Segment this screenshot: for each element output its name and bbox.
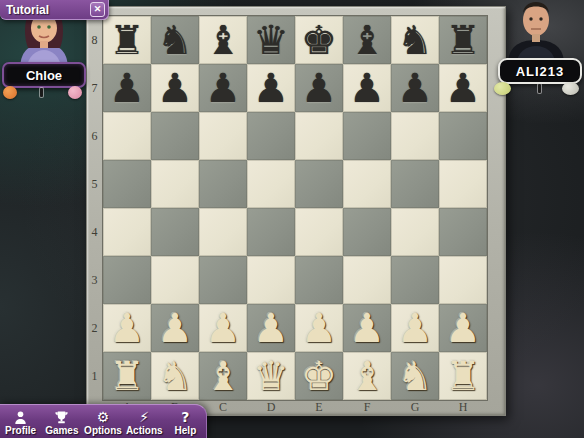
- square-c3[interactable]: [199, 256, 247, 304]
- square-h6[interactable]: [439, 112, 487, 160]
- square-g2[interactable]: ♟: [391, 304, 439, 352]
- question-icon: ?: [181, 410, 189, 425]
- file-label-h: H: [439, 400, 487, 416]
- square-b4[interactable]: [151, 208, 199, 256]
- square-a4[interactable]: [103, 208, 151, 256]
- piece-black-knight[interactable]: ♞: [157, 16, 193, 64]
- lightning-icon: ⚡: [139, 410, 149, 425]
- square-c4[interactable]: [199, 208, 247, 256]
- piece-white-queen[interactable]: ♛: [253, 352, 289, 400]
- piece-black-pawn[interactable]: ♟: [349, 64, 385, 112]
- window-title-tab[interactable]: Tutorial ✕: [0, 0, 109, 20]
- square-d2[interactable]: ♟: [247, 304, 295, 352]
- piece-white-pawn[interactable]: ♟: [445, 304, 481, 352]
- square-f3[interactable]: [343, 256, 391, 304]
- piece-black-rook[interactable]: ♜: [109, 16, 145, 64]
- piece-black-rook[interactable]: ♜: [445, 16, 481, 64]
- square-a2[interactable]: ♟: [103, 304, 151, 352]
- mood-slider-left[interactable]: [40, 88, 43, 97]
- piece-white-bishop[interactable]: ♝: [349, 352, 385, 400]
- gear-icon: ⚙: [97, 410, 110, 425]
- piece-black-bishop[interactable]: ♝: [205, 16, 241, 64]
- bottom-toolbar: ProfileGames⚙Options⚡Actions?Help: [0, 404, 207, 438]
- piece-white-rook[interactable]: ♜: [109, 352, 145, 400]
- square-b6[interactable]: [151, 112, 199, 160]
- piece-white-king[interactable]: ♚: [301, 352, 337, 400]
- player-right-panel: ALI213: [488, 0, 584, 104]
- file-label-d: D: [247, 400, 295, 416]
- square-h3[interactable]: [439, 256, 487, 304]
- square-g6[interactable]: [391, 112, 439, 160]
- piece-black-pawn[interactable]: ♟: [397, 64, 433, 112]
- toolbar-label-actions: Actions: [126, 425, 163, 436]
- square-e5[interactable]: [295, 160, 343, 208]
- square-a1[interactable]: ♜: [103, 352, 151, 400]
- piece-white-knight[interactable]: ♞: [397, 352, 433, 400]
- square-h5[interactable]: [439, 160, 487, 208]
- square-b7[interactable]: ♟: [151, 64, 199, 112]
- square-e8[interactable]: ♚: [295, 16, 343, 64]
- toolbar-item-actions[interactable]: ⚡Actions: [124, 405, 165, 438]
- square-e2[interactable]: ♟: [295, 304, 343, 352]
- square-g8[interactable]: ♞: [391, 16, 439, 64]
- piece-black-pawn[interactable]: ♟: [301, 64, 337, 112]
- square-c1[interactable]: ♝: [199, 352, 247, 400]
- piece-black-pawn[interactable]: ♟: [205, 64, 241, 112]
- file-label-f: F: [343, 400, 391, 416]
- square-g5[interactable]: [391, 160, 439, 208]
- square-g1[interactable]: ♞: [391, 352, 439, 400]
- square-a7[interactable]: ♟: [103, 64, 151, 112]
- square-h2[interactable]: ♟: [439, 304, 487, 352]
- square-c5[interactable]: [199, 160, 247, 208]
- square-c6[interactable]: [199, 112, 247, 160]
- person-icon: [13, 410, 28, 425]
- square-a5[interactable]: [103, 160, 151, 208]
- pink-face-icon[interactable]: [68, 86, 82, 99]
- square-d1[interactable]: ♛: [247, 352, 295, 400]
- silver-badge-icon[interactable]: [562, 82, 579, 95]
- square-h4[interactable]: [439, 208, 487, 256]
- piece-white-pawn[interactable]: ♟: [253, 304, 289, 352]
- square-a3[interactable]: [103, 256, 151, 304]
- square-d4[interactable]: [247, 208, 295, 256]
- trophy-icon: [54, 410, 69, 425]
- rank-label-6: 6: [86, 112, 103, 160]
- toolbar-item-games[interactable]: Games: [41, 405, 82, 438]
- square-f5[interactable]: [343, 160, 391, 208]
- player-left-panel: Chloe: [0, 6, 92, 106]
- nameplate-left: Chloe: [2, 62, 86, 88]
- rank-label-3: 3: [86, 256, 103, 304]
- piece-white-bishop[interactable]: ♝: [205, 352, 241, 400]
- square-e1[interactable]: ♚: [295, 352, 343, 400]
- square-f6[interactable]: [343, 112, 391, 160]
- piece-black-pawn[interactable]: ♟: [157, 64, 193, 112]
- square-d6[interactable]: [247, 112, 295, 160]
- piece-white-rook[interactable]: ♜: [445, 352, 481, 400]
- piece-black-bishop[interactable]: ♝: [349, 16, 385, 64]
- app-window: 87654321 ♜♞♝♛♚♝♞♜♟♟♟♟♟♟♟♟♟♟♟♟♟♟♟♟♜♞♝♛♚♝♞…: [0, 0, 584, 438]
- square-h7[interactable]: ♟: [439, 64, 487, 112]
- square-e7[interactable]: ♟: [295, 64, 343, 112]
- square-f4[interactable]: [343, 208, 391, 256]
- piece-black-knight[interactable]: ♞: [397, 16, 433, 64]
- square-e4[interactable]: [295, 208, 343, 256]
- green-badge-icon[interactable]: [494, 82, 511, 95]
- square-g7[interactable]: ♟: [391, 64, 439, 112]
- piece-white-pawn[interactable]: ♟: [205, 304, 241, 352]
- square-b8[interactable]: ♞: [151, 16, 199, 64]
- piece-white-pawn[interactable]: ♟: [301, 304, 337, 352]
- piece-white-pawn[interactable]: ♟: [397, 304, 433, 352]
- square-g4[interactable]: [391, 208, 439, 256]
- piece-black-queen[interactable]: ♛: [253, 16, 289, 64]
- piece-black-pawn[interactable]: ♟: [109, 64, 145, 112]
- avatar-ali213: [496, 0, 576, 64]
- square-c7[interactable]: ♟: [199, 64, 247, 112]
- square-h1[interactable]: ♜: [439, 352, 487, 400]
- toolbar-label-games: Games: [45, 425, 78, 436]
- square-b3[interactable]: [151, 256, 199, 304]
- square-b2[interactable]: ♟: [151, 304, 199, 352]
- square-e3[interactable]: [295, 256, 343, 304]
- piece-white-pawn[interactable]: ♟: [157, 304, 193, 352]
- toolbar-label-options: Options: [84, 425, 122, 436]
- square-a8[interactable]: ♜: [103, 16, 151, 64]
- close-icon[interactable]: ✕: [90, 2, 105, 17]
- toolbar-item-help[interactable]: ?Help: [165, 405, 206, 438]
- mood-slider-right[interactable]: [538, 84, 541, 93]
- orange-face-icon[interactable]: [3, 86, 17, 99]
- toolbar-item-options[interactable]: ⚙Options: [82, 405, 123, 438]
- square-f2[interactable]: ♟: [343, 304, 391, 352]
- square-c2[interactable]: ♟: [199, 304, 247, 352]
- piece-black-pawn[interactable]: ♟: [253, 64, 289, 112]
- square-b5[interactable]: [151, 160, 199, 208]
- chess-board-frame: 87654321 ♜♞♝♛♚♝♞♜♟♟♟♟♟♟♟♟♟♟♟♟♟♟♟♟♜♞♝♛♚♝♞…: [86, 6, 506, 416]
- piece-white-pawn[interactable]: ♟: [349, 304, 385, 352]
- square-a6[interactable]: [103, 112, 151, 160]
- window-title: Tutorial: [0, 3, 90, 17]
- square-f1[interactable]: ♝: [343, 352, 391, 400]
- player-left-name: Chloe: [26, 68, 62, 83]
- piece-black-king[interactable]: ♚: [301, 16, 337, 64]
- piece-black-pawn[interactable]: ♟: [445, 64, 481, 112]
- square-b1[interactable]: ♞: [151, 352, 199, 400]
- square-d7[interactable]: ♟: [247, 64, 295, 112]
- piece-white-pawn[interactable]: ♟: [109, 304, 145, 352]
- square-d8[interactable]: ♛: [247, 16, 295, 64]
- board-squares[interactable]: ♜♞♝♛♚♝♞♜♟♟♟♟♟♟♟♟♟♟♟♟♟♟♟♟♜♞♝♛♚♝♞♜: [103, 16, 487, 400]
- square-f8[interactable]: ♝: [343, 16, 391, 64]
- square-f7[interactable]: ♟: [343, 64, 391, 112]
- rank-label-2: 2: [86, 304, 103, 352]
- file-label-g: G: [391, 400, 439, 416]
- square-g3[interactable]: [391, 256, 439, 304]
- square-e6[interactable]: [295, 112, 343, 160]
- rank-label-1: 1: [86, 352, 103, 400]
- nameplate-right: ALI213: [498, 58, 582, 84]
- square-h8[interactable]: ♜: [439, 16, 487, 64]
- square-d3[interactable]: [247, 256, 295, 304]
- toolbar-item-profile[interactable]: Profile: [0, 405, 41, 438]
- piece-white-knight[interactable]: ♞: [157, 352, 193, 400]
- rank-label-4: 4: [86, 208, 103, 256]
- player-right-name: ALI213: [516, 64, 565, 79]
- square-c8[interactable]: ♝: [199, 16, 247, 64]
- square-d5[interactable]: [247, 160, 295, 208]
- toolbar-label-help: Help: [175, 425, 197, 436]
- toolbar-label-profile: Profile: [5, 425, 36, 436]
- file-label-e: E: [295, 400, 343, 416]
- rank-label-5: 5: [86, 160, 103, 208]
